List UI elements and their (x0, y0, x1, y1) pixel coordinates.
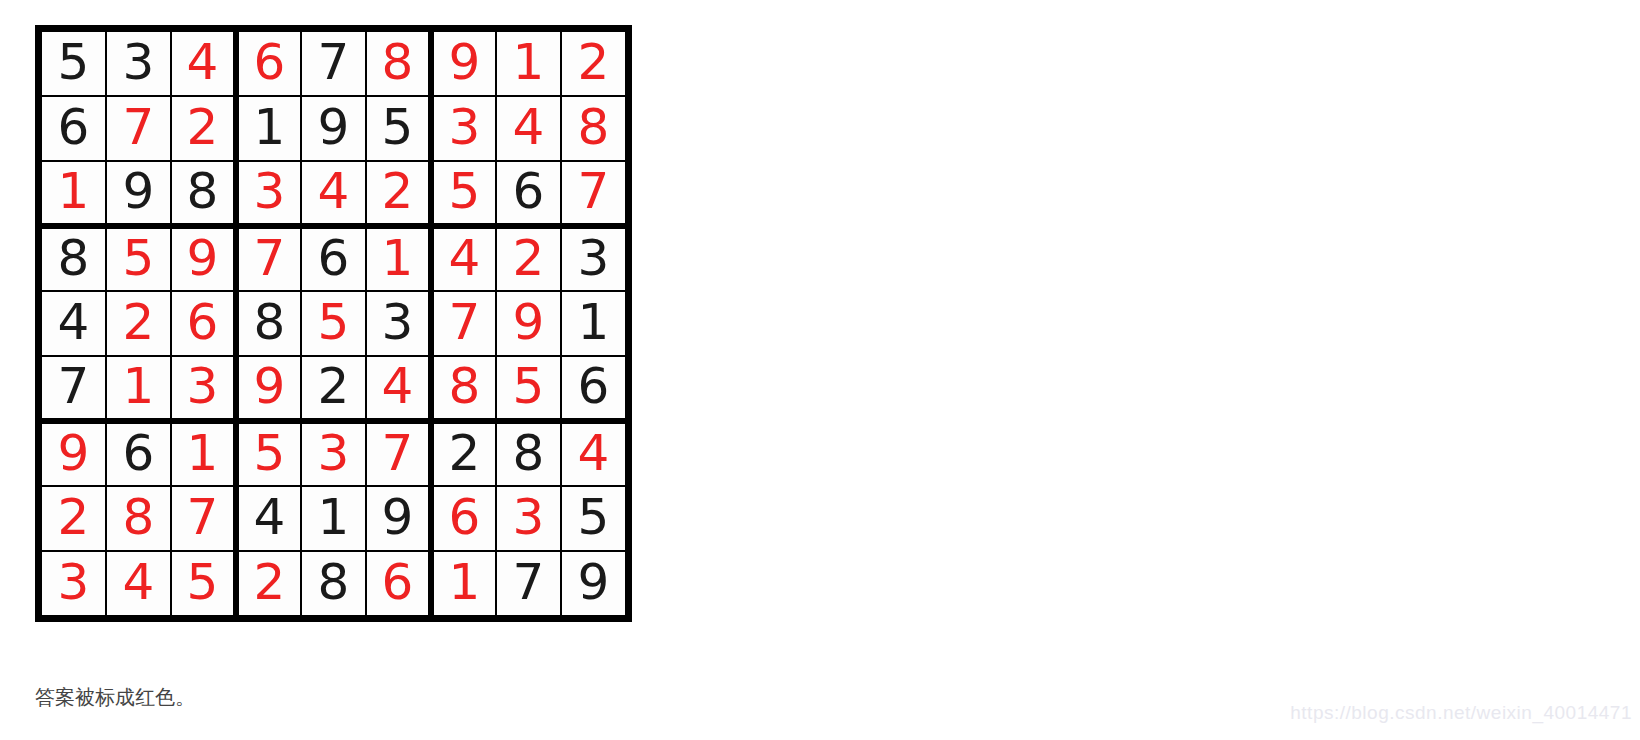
cell-r3c4: 3 (236, 161, 301, 226)
cell-r3c2: 9 (106, 161, 171, 226)
cell-r9c2: 4 (106, 551, 171, 616)
cell-r2c1: 6 (41, 96, 106, 161)
cell-r5c4: 8 (236, 291, 301, 356)
cell-r1c1: 5 (41, 31, 106, 96)
cell-r9c4: 2 (236, 551, 301, 616)
cell-r2c7: 3 (431, 96, 496, 161)
cell-r8c7: 6 (431, 486, 496, 551)
cell-r8c5: 1 (301, 486, 366, 551)
cell-r5c9: 1 (561, 291, 626, 356)
cell-r6c6: 4 (366, 356, 431, 421)
cell-r8c4: 4 (236, 486, 301, 551)
cell-r4c9: 3 (561, 226, 626, 291)
cell-r1c3: 4 (171, 31, 236, 96)
cell-r9c3: 5 (171, 551, 236, 616)
sudoku-board: 5346789126721953481983425678597614234268… (35, 25, 632, 622)
cell-r1c6: 8 (366, 31, 431, 96)
cell-r9c7: 1 (431, 551, 496, 616)
cell-r8c1: 2 (41, 486, 106, 551)
cell-r6c8: 5 (496, 356, 561, 421)
cell-r6c1: 7 (41, 356, 106, 421)
cell-r7c6: 7 (366, 421, 431, 486)
cell-r1c4: 6 (236, 31, 301, 96)
cell-r6c5: 2 (301, 356, 366, 421)
cell-r1c7: 9 (431, 31, 496, 96)
cell-r4c2: 5 (106, 226, 171, 291)
cell-r3c3: 8 (171, 161, 236, 226)
watermark-url: https://blog.csdn.net/weixin_40014471 (1290, 702, 1632, 724)
cell-r2c2: 7 (106, 96, 171, 161)
cell-r2c3: 2 (171, 96, 236, 161)
cell-r7c3: 1 (171, 421, 236, 486)
cell-r4c6: 1 (366, 226, 431, 291)
cell-r4c7: 4 (431, 226, 496, 291)
cell-r5c8: 9 (496, 291, 561, 356)
cell-r4c4: 7 (236, 226, 301, 291)
cell-r8c9: 5 (561, 486, 626, 551)
cell-r9c5: 8 (301, 551, 366, 616)
cell-r9c9: 9 (561, 551, 626, 616)
cell-r7c9: 4 (561, 421, 626, 486)
cell-r6c9: 6 (561, 356, 626, 421)
cell-r2c8: 4 (496, 96, 561, 161)
cell-r3c5: 4 (301, 161, 366, 226)
cell-r3c1: 1 (41, 161, 106, 226)
cell-r4c1: 8 (41, 226, 106, 291)
cell-r8c2: 8 (106, 486, 171, 551)
cell-r6c7: 8 (431, 356, 496, 421)
cell-r8c3: 7 (171, 486, 236, 551)
cell-r8c8: 3 (496, 486, 561, 551)
cell-r1c5: 7 (301, 31, 366, 96)
cell-r5c7: 7 (431, 291, 496, 356)
cell-r9c8: 7 (496, 551, 561, 616)
cell-r2c6: 5 (366, 96, 431, 161)
cell-r4c5: 6 (301, 226, 366, 291)
cell-r3c7: 5 (431, 161, 496, 226)
cell-r7c2: 6 (106, 421, 171, 486)
cell-r9c6: 6 (366, 551, 431, 616)
cell-r5c1: 4 (41, 291, 106, 356)
cell-r5c2: 2 (106, 291, 171, 356)
caption: 答案被标成红色。 (35, 684, 195, 711)
cell-r3c6: 2 (366, 161, 431, 226)
cell-r1c9: 2 (561, 31, 626, 96)
cell-r4c8: 2 (496, 226, 561, 291)
cell-r6c2: 1 (106, 356, 171, 421)
cell-r1c2: 3 (106, 31, 171, 96)
cell-r1c8: 1 (496, 31, 561, 96)
cell-r7c4: 5 (236, 421, 301, 486)
cell-r5c3: 6 (171, 291, 236, 356)
cell-r4c3: 9 (171, 226, 236, 291)
cell-r6c3: 3 (171, 356, 236, 421)
cell-r8c6: 9 (366, 486, 431, 551)
cell-r2c9: 8 (561, 96, 626, 161)
cell-r2c5: 9 (301, 96, 366, 161)
cell-r3c9: 7 (561, 161, 626, 226)
cell-r2c4: 1 (236, 96, 301, 161)
cell-r7c1: 9 (41, 421, 106, 486)
cell-r7c7: 2 (431, 421, 496, 486)
cell-r3c8: 6 (496, 161, 561, 226)
cell-r7c5: 3 (301, 421, 366, 486)
cell-r7c8: 8 (496, 421, 561, 486)
cell-r5c5: 5 (301, 291, 366, 356)
cell-r6c4: 9 (236, 356, 301, 421)
cell-r9c1: 3 (41, 551, 106, 616)
cell-r5c6: 3 (366, 291, 431, 356)
